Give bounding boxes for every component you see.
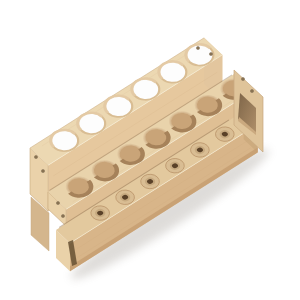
screw-dot-5: [56, 201, 59, 204]
screw-dot-8: [250, 89, 253, 92]
rack-svg: [0, 0, 300, 300]
screw-dot-6: [61, 214, 64, 217]
screw-dot-7: [241, 77, 244, 80]
screw-dot-3: [196, 46, 199, 49]
screw-dot-2: [41, 169, 44, 172]
screw-dot-1: [34, 155, 37, 158]
product-photo: [0, 0, 300, 300]
screw-dot-4: [209, 52, 212, 55]
